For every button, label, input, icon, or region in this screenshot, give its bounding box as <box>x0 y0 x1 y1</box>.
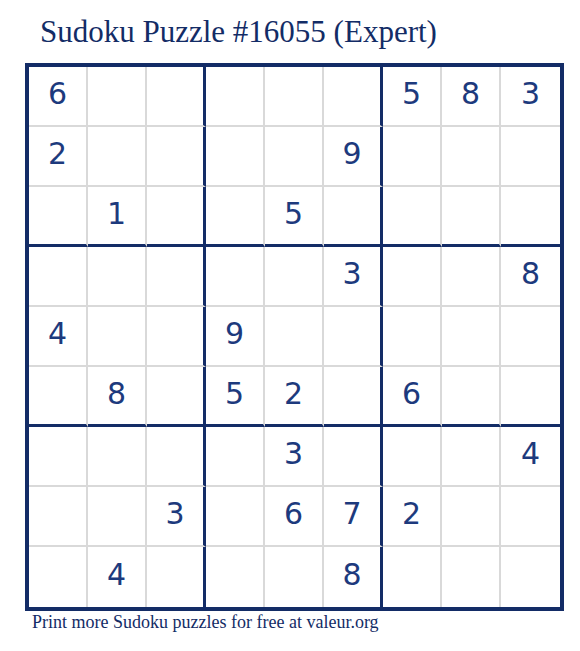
cell-r5c6 <box>324 307 383 367</box>
cell-r7c5: 3 <box>265 427 324 487</box>
cell-r3c5: 5 <box>265 187 324 247</box>
cell-r8c9 <box>501 487 560 547</box>
cell-r6c7: 6 <box>383 367 442 427</box>
cell-r5c7 <box>383 307 442 367</box>
cell-r6c3 <box>147 367 206 427</box>
cell-r9c1 <box>29 547 88 607</box>
cell-r3c6 <box>324 187 383 247</box>
cell-r9c9 <box>501 547 560 607</box>
cell-r2c9 <box>501 127 560 187</box>
cell-r8c5: 6 <box>265 487 324 547</box>
cell-r2c1: 2 <box>29 127 88 187</box>
cell-r2c5 <box>265 127 324 187</box>
cell-r1c8: 8 <box>442 67 501 127</box>
cell-r5c1: 4 <box>29 307 88 367</box>
cell-r8c6: 7 <box>324 487 383 547</box>
cell-r4c6: 3 <box>324 247 383 307</box>
cell-r9c7 <box>383 547 442 607</box>
cell-r3c9 <box>501 187 560 247</box>
cell-r9c5 <box>265 547 324 607</box>
cell-r2c7 <box>383 127 442 187</box>
cell-r2c3 <box>147 127 206 187</box>
cell-r7c2 <box>88 427 147 487</box>
page-root: { "game": "sudoku", "difficulty": "Exper… <box>0 0 580 651</box>
cell-r2c8 <box>442 127 501 187</box>
cell-r8c1 <box>29 487 88 547</box>
cell-r9c2: 4 <box>88 547 147 607</box>
cell-r7c3 <box>147 427 206 487</box>
cell-r3c7 <box>383 187 442 247</box>
cell-r6c8 <box>442 367 501 427</box>
cell-r5c2 <box>88 307 147 367</box>
cell-r6c1 <box>29 367 88 427</box>
cell-r4c9: 8 <box>501 247 560 307</box>
cell-r3c4 <box>206 187 265 247</box>
cell-r2c6: 9 <box>324 127 383 187</box>
cell-r9c6: 8 <box>324 547 383 607</box>
cell-r9c4 <box>206 547 265 607</box>
footer-text: Print more Sudoku puzzles for free at va… <box>32 612 379 633</box>
cell-r8c2 <box>88 487 147 547</box>
cell-r6c4: 5 <box>206 367 265 427</box>
sudoku-board: 658329153849852634367248 <box>25 63 564 611</box>
cell-r8c8 <box>442 487 501 547</box>
cell-r3c8 <box>442 187 501 247</box>
cell-r1c7: 5 <box>383 67 442 127</box>
cell-r7c6 <box>324 427 383 487</box>
cell-r6c9 <box>501 367 560 427</box>
cell-r7c1 <box>29 427 88 487</box>
cell-r5c5 <box>265 307 324 367</box>
cell-r8c4 <box>206 487 265 547</box>
cell-r7c4 <box>206 427 265 487</box>
cell-r1c2 <box>88 67 147 127</box>
cell-r9c3 <box>147 547 206 607</box>
cell-r5c3 <box>147 307 206 367</box>
cell-r7c8 <box>442 427 501 487</box>
cell-r8c7: 2 <box>383 487 442 547</box>
cell-r3c1 <box>29 187 88 247</box>
cell-r4c8 <box>442 247 501 307</box>
cell-r5c4: 9 <box>206 307 265 367</box>
cell-r9c8 <box>442 547 501 607</box>
cell-r1c9: 3 <box>501 67 560 127</box>
cell-r4c3 <box>147 247 206 307</box>
cell-r4c5 <box>265 247 324 307</box>
cell-r6c5: 2 <box>265 367 324 427</box>
cell-r1c6 <box>324 67 383 127</box>
cell-r8c3: 3 <box>147 487 206 547</box>
cell-r6c6 <box>324 367 383 427</box>
cell-r1c4 <box>206 67 265 127</box>
cell-r5c8 <box>442 307 501 367</box>
cell-r6c2: 8 <box>88 367 147 427</box>
cell-r4c7 <box>383 247 442 307</box>
cell-r2c2 <box>88 127 147 187</box>
cell-r5c9 <box>501 307 560 367</box>
cell-r2c4 <box>206 127 265 187</box>
cell-r7c7 <box>383 427 442 487</box>
cell-r3c2: 1 <box>88 187 147 247</box>
page-title: Sudoku Puzzle #16055 (Expert) <box>40 14 437 50</box>
cell-r1c5 <box>265 67 324 127</box>
cell-r7c9: 4 <box>501 427 560 487</box>
cell-r4c4 <box>206 247 265 307</box>
cell-r1c3 <box>147 67 206 127</box>
cell-r3c3 <box>147 187 206 247</box>
cell-r1c1: 6 <box>29 67 88 127</box>
cell-r4c1 <box>29 247 88 307</box>
cell-r4c2 <box>88 247 147 307</box>
